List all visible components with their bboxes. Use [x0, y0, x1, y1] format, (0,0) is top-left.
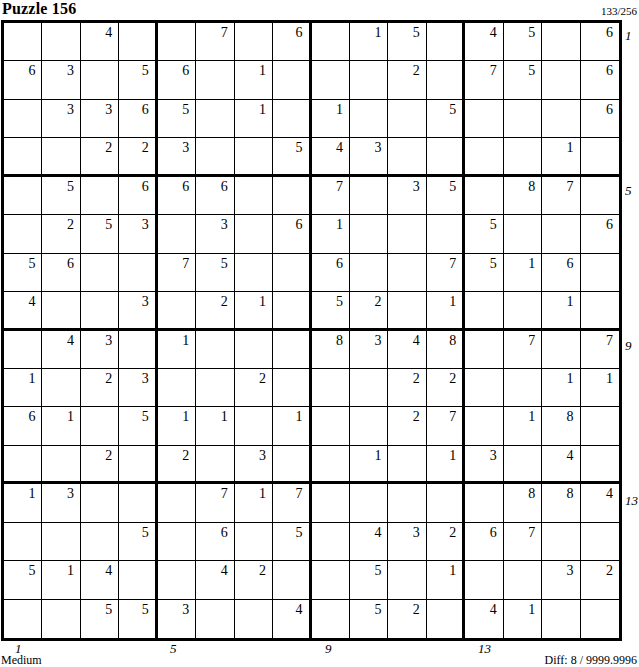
cell-r11c11[interactable]: 2 — [388, 407, 426, 445]
cell-r16c9[interactable] — [312, 600, 350, 638]
cell-r13c8[interactable]: 7 — [273, 484, 311, 522]
cell-r14c1[interactable] — [4, 523, 42, 561]
cell-r5c6[interactable]: 6 — [196, 177, 234, 215]
sudoku-grid: 4761545663561275633651156223543156667358… — [1, 20, 622, 641]
row-label-5: 5 — [625, 184, 632, 197]
cell-r13c3[interactable] — [81, 484, 119, 522]
cell-r1c5[interactable] — [158, 23, 196, 61]
cell-r9c5[interactable]: 1 — [158, 331, 196, 369]
row-label-1: 1 — [625, 29, 632, 42]
cell-r10c8[interactable] — [273, 369, 311, 407]
cell-r9c11[interactable]: 4 — [388, 331, 426, 369]
cell-r6c8[interactable]: 6 — [273, 215, 311, 253]
cell-r1c3[interactable]: 4 — [81, 23, 119, 61]
cell-r4c2[interactable] — [42, 138, 80, 176]
cell-r8c6[interactable]: 2 — [196, 292, 234, 330]
cell-r3c16[interactable]: 6 — [581, 100, 619, 138]
cell-r12c1[interactable] — [4, 446, 42, 484]
cell-r11c6[interactable]: 1 — [196, 407, 234, 445]
cell-r15c14[interactable] — [504, 561, 542, 599]
cell-r11c2[interactable]: 1 — [42, 407, 80, 445]
cell-r14c14[interactable]: 7 — [504, 523, 542, 561]
cell-r4c1[interactable] — [4, 138, 42, 176]
cell-r8c11[interactable] — [388, 292, 426, 330]
cell-r12c3[interactable]: 2 — [81, 446, 119, 484]
cell-r16c13[interactable]: 4 — [465, 600, 503, 638]
cell-r12c8[interactable] — [273, 446, 311, 484]
cell-r3c5[interactable]: 5 — [158, 100, 196, 138]
cell-r7c9[interactable]: 6 — [312, 254, 350, 292]
cell-r2c13[interactable]: 7 — [465, 61, 503, 99]
cell-r10c11[interactable]: 2 — [388, 369, 426, 407]
cell-r12c11[interactable] — [388, 446, 426, 484]
page-title: Puzzle 156 — [2, 0, 76, 18]
cell-r15c12[interactable]: 1 — [427, 561, 465, 599]
cell-r2c8[interactable] — [273, 61, 311, 99]
cell-r2c9[interactable] — [312, 61, 350, 99]
cell-r7c10[interactable] — [350, 254, 388, 292]
cell-r15c13[interactable] — [465, 561, 503, 599]
cell-r7c15[interactable]: 6 — [542, 254, 580, 292]
cell-r7c6[interactable]: 5 — [196, 254, 234, 292]
cell-r15c6[interactable]: 4 — [196, 561, 234, 599]
cell-r7c7[interactable] — [235, 254, 273, 292]
cell-r16c12[interactable] — [427, 600, 465, 638]
cell-r15c3[interactable]: 4 — [81, 561, 119, 599]
cell-r12c7[interactable]: 3 — [235, 446, 273, 484]
cell-r5c4[interactable]: 6 — [119, 177, 157, 215]
cell-r3c8[interactable] — [273, 100, 311, 138]
cell-r16c4[interactable]: 5 — [119, 600, 157, 638]
cell-r3c11[interactable] — [388, 100, 426, 138]
cell-r13c11[interactable] — [388, 484, 426, 522]
cell-r7c3[interactable] — [81, 254, 119, 292]
cell-r5c10[interactable] — [350, 177, 388, 215]
cell-r4c7[interactable] — [235, 138, 273, 176]
cell-r6c11[interactable] — [388, 215, 426, 253]
cell-r11c13[interactable] — [465, 407, 503, 445]
cell-r5c5[interactable]: 6 — [158, 177, 196, 215]
cell-r9c4[interactable] — [119, 331, 157, 369]
row-label-9: 9 — [625, 339, 632, 352]
cell-r13c13[interactable] — [465, 484, 503, 522]
cell-r7c11[interactable] — [388, 254, 426, 292]
cell-r5c7[interactable] — [235, 177, 273, 215]
cell-r16c11[interactable]: 2 — [388, 600, 426, 638]
cell-r9c9[interactable]: 8 — [312, 331, 350, 369]
cell-r13c1[interactable]: 1 — [4, 484, 42, 522]
cell-r8c7[interactable]: 1 — [235, 292, 273, 330]
cell-r9c10[interactable]: 3 — [350, 331, 388, 369]
cell-r14c12[interactable]: 2 — [427, 523, 465, 561]
cell-r10c2[interactable] — [42, 369, 80, 407]
cell-r14c4[interactable]: 5 — [119, 523, 157, 561]
cell-r11c12[interactable]: 7 — [427, 407, 465, 445]
cell-r8c13[interactable] — [465, 292, 503, 330]
difficulty-label: Medium — [1, 653, 42, 667]
cell-r9c15[interactable] — [542, 331, 580, 369]
cell-r8c16[interactable] — [581, 292, 619, 330]
cell-r3c6[interactable] — [196, 100, 234, 138]
cell-r6c1[interactable] — [4, 215, 42, 253]
cell-r13c9[interactable] — [312, 484, 350, 522]
cell-r1c7[interactable] — [235, 23, 273, 61]
cell-r4c12[interactable] — [427, 138, 465, 176]
cell-r13c5[interactable] — [158, 484, 196, 522]
cell-r12c5[interactable]: 2 — [158, 446, 196, 484]
cell-r2c1[interactable]: 6 — [4, 61, 42, 99]
cell-r8c2[interactable] — [42, 292, 80, 330]
cell-r9c12[interactable]: 8 — [427, 331, 465, 369]
cell-r14c9[interactable] — [312, 523, 350, 561]
cell-r14c10[interactable]: 4 — [350, 523, 388, 561]
cell-r4c6[interactable] — [196, 138, 234, 176]
cell-r13c7[interactable]: 1 — [235, 484, 273, 522]
cell-r11c14[interactable]: 1 — [504, 407, 542, 445]
cell-r9c14[interactable]: 7 — [504, 331, 542, 369]
cell-r2c12[interactable] — [427, 61, 465, 99]
cell-r3c14[interactable] — [504, 100, 542, 138]
cell-r4c3[interactable]: 2 — [81, 138, 119, 176]
cell-r8c5[interactable] — [158, 292, 196, 330]
cell-r2c16[interactable]: 6 — [581, 61, 619, 99]
cell-r3c13[interactable] — [465, 100, 503, 138]
cell-r6c7[interactable] — [235, 215, 273, 253]
cell-r9c6[interactable] — [196, 331, 234, 369]
cell-r1c8[interactable]: 6 — [273, 23, 311, 61]
cell-r2c7[interactable]: 1 — [235, 61, 273, 99]
cell-r11c8[interactable]: 1 — [273, 407, 311, 445]
cell-r7c2[interactable]: 6 — [42, 254, 80, 292]
cell-r1c14[interactable]: 5 — [504, 23, 542, 61]
cell-r5c14[interactable]: 8 — [504, 177, 542, 215]
cell-r13c4[interactable] — [119, 484, 157, 522]
cell-r14c13[interactable]: 6 — [465, 523, 503, 561]
cell-r7c12[interactable]: 7 — [427, 254, 465, 292]
cell-r9c3[interactable]: 3 — [81, 331, 119, 369]
cell-r15c11[interactable] — [388, 561, 426, 599]
cell-r2c15[interactable] — [542, 61, 580, 99]
cell-r3c4[interactable]: 6 — [119, 100, 157, 138]
col-label-13: 13 — [478, 642, 491, 655]
cell-r10c5[interactable] — [158, 369, 196, 407]
cell-r12c6[interactable] — [196, 446, 234, 484]
cell-r8c8[interactable] — [273, 292, 311, 330]
cell-r12c9[interactable] — [312, 446, 350, 484]
cell-r6c10[interactable] — [350, 215, 388, 253]
cell-r3c12[interactable]: 5 — [427, 100, 465, 138]
cell-r10c15[interactable]: 1 — [542, 369, 580, 407]
cell-r10c16[interactable]: 1 — [581, 369, 619, 407]
cell-r13c2[interactable]: 3 — [42, 484, 80, 522]
cell-r6c16[interactable]: 6 — [581, 215, 619, 253]
cell-r12c4[interactable] — [119, 446, 157, 484]
cell-r6c6[interactable]: 3 — [196, 215, 234, 253]
cell-r3c1[interactable] — [4, 100, 42, 138]
cell-r10c1[interactable]: 1 — [4, 369, 42, 407]
given-count: 133/256 — [601, 5, 637, 17]
cell-r15c10[interactable]: 5 — [350, 561, 388, 599]
cell-r8c12[interactable]: 1 — [427, 292, 465, 330]
cell-r4c16[interactable] — [581, 138, 619, 176]
cell-r16c3[interactable]: 5 — [81, 600, 119, 638]
cell-r5c3[interactable] — [81, 177, 119, 215]
cell-r11c15[interactable]: 8 — [542, 407, 580, 445]
cell-r8c15[interactable]: 1 — [542, 292, 580, 330]
cell-r11c4[interactable]: 5 — [119, 407, 157, 445]
cell-r2c6[interactable] — [196, 61, 234, 99]
cell-r16c15[interactable] — [542, 600, 580, 638]
cell-r2c5[interactable]: 6 — [158, 61, 196, 99]
cell-r7c16[interactable] — [581, 254, 619, 292]
cell-r13c15[interactable]: 8 — [542, 484, 580, 522]
cell-r10c3[interactable]: 2 — [81, 369, 119, 407]
cell-r14c16[interactable] — [581, 523, 619, 561]
difficulty-score: Diff: 8 / 9999.9996 — [545, 653, 637, 667]
cell-r10c4[interactable]: 3 — [119, 369, 157, 407]
cell-r14c15[interactable] — [542, 523, 580, 561]
cell-r10c10[interactable] — [350, 369, 388, 407]
cell-r9c7[interactable] — [235, 331, 273, 369]
cell-r8c9[interactable]: 5 — [312, 292, 350, 330]
cell-r11c3[interactable] — [81, 407, 119, 445]
cell-r8c3[interactable] — [81, 292, 119, 330]
cell-r16c16[interactable] — [581, 600, 619, 638]
cell-r8c14[interactable] — [504, 292, 542, 330]
cell-r14c7[interactable] — [235, 523, 273, 561]
cell-r5c8[interactable] — [273, 177, 311, 215]
cell-r6c15[interactable] — [542, 215, 580, 253]
cell-r11c16[interactable] — [581, 407, 619, 445]
cell-r15c2[interactable]: 1 — [42, 561, 80, 599]
cell-r11c7[interactable] — [235, 407, 273, 445]
cell-r1c13[interactable]: 4 — [465, 23, 503, 61]
cell-r5c11[interactable]: 3 — [388, 177, 426, 215]
cell-r8c10[interactable]: 2 — [350, 292, 388, 330]
cell-r12c13[interactable]: 3 — [465, 446, 503, 484]
cell-r16c5[interactable]: 3 — [158, 600, 196, 638]
cell-r14c6[interactable]: 6 — [196, 523, 234, 561]
cell-r6c14[interactable] — [504, 215, 542, 253]
cell-r1c16[interactable]: 6 — [581, 23, 619, 61]
cell-r10c9[interactable] — [312, 369, 350, 407]
cell-r1c2[interactable] — [42, 23, 80, 61]
cell-r9c16[interactable]: 7 — [581, 331, 619, 369]
cell-r4c5[interactable]: 3 — [158, 138, 196, 176]
cell-r16c8[interactable]: 4 — [273, 600, 311, 638]
cell-r5c9[interactable]: 7 — [312, 177, 350, 215]
cell-r7c8[interactable] — [273, 254, 311, 292]
cell-r10c6[interactable] — [196, 369, 234, 407]
cell-r14c5[interactable] — [158, 523, 196, 561]
col-label-9: 9 — [325, 642, 332, 655]
cell-r5c12[interactable]: 5 — [427, 177, 465, 215]
cell-r1c4[interactable] — [119, 23, 157, 61]
cell-r1c6[interactable]: 7 — [196, 23, 234, 61]
cell-r1c12[interactable] — [427, 23, 465, 61]
cell-r12c16[interactable] — [581, 446, 619, 484]
cell-r2c11[interactable]: 2 — [388, 61, 426, 99]
col-label-5: 5 — [170, 642, 177, 655]
cell-r11c10[interactable] — [350, 407, 388, 445]
cell-r16c14[interactable]: 1 — [504, 600, 542, 638]
cell-r13c10[interactable] — [350, 484, 388, 522]
cell-r2c2[interactable]: 3 — [42, 61, 80, 99]
cell-r9c8[interactable] — [273, 331, 311, 369]
cell-r7c5[interactable]: 7 — [158, 254, 196, 292]
cell-r2c10[interactable] — [350, 61, 388, 99]
cell-r2c3[interactable] — [81, 61, 119, 99]
cell-r13c16[interactable]: 4 — [581, 484, 619, 522]
cell-r13c12[interactable] — [427, 484, 465, 522]
cell-r2c4[interactable]: 5 — [119, 61, 157, 99]
cell-r3c7[interactable]: 1 — [235, 100, 273, 138]
cell-r5c15[interactable]: 7 — [542, 177, 580, 215]
cell-r11c1[interactable]: 6 — [4, 407, 42, 445]
cell-r10c13[interactable] — [465, 369, 503, 407]
cell-r12c2[interactable] — [42, 446, 80, 484]
cell-r7c1[interactable]: 5 — [4, 254, 42, 292]
cell-r11c5[interactable]: 1 — [158, 407, 196, 445]
cell-r16c10[interactable]: 5 — [350, 600, 388, 638]
cell-r6c9[interactable]: 1 — [312, 215, 350, 253]
cell-r11c9[interactable] — [312, 407, 350, 445]
cell-r5c1[interactable] — [4, 177, 42, 215]
cell-r8c4[interactable]: 3 — [119, 292, 157, 330]
cell-r7c4[interactable] — [119, 254, 157, 292]
cell-r1c15[interactable] — [542, 23, 580, 61]
cell-r4c9[interactable]: 4 — [312, 138, 350, 176]
cell-r4c10[interactable]: 3 — [350, 138, 388, 176]
cell-r3c10[interactable] — [350, 100, 388, 138]
cell-r5c2[interactable]: 5 — [42, 177, 80, 215]
cell-r10c14[interactable] — [504, 369, 542, 407]
cell-r1c9[interactable] — [312, 23, 350, 61]
cell-r6c2[interactable]: 2 — [42, 215, 80, 253]
cell-r6c3[interactable]: 5 — [81, 215, 119, 253]
cell-r16c6[interactable] — [196, 600, 234, 638]
cell-r4c4[interactable]: 2 — [119, 138, 157, 176]
cell-r7c14[interactable]: 1 — [504, 254, 542, 292]
cell-r9c1[interactable] — [4, 331, 42, 369]
cell-r15c7[interactable]: 2 — [235, 561, 273, 599]
cell-r15c1[interactable]: 5 — [4, 561, 42, 599]
cell-r12c12[interactable]: 1 — [427, 446, 465, 484]
cell-r9c2[interactable]: 4 — [42, 331, 80, 369]
cell-r13c6[interactable]: 7 — [196, 484, 234, 522]
cell-r4c11[interactable] — [388, 138, 426, 176]
cell-r4c8[interactable]: 5 — [273, 138, 311, 176]
cell-r16c1[interactable] — [4, 600, 42, 638]
cell-r9c13[interactable] — [465, 331, 503, 369]
cell-r3c9[interactable]: 1 — [312, 100, 350, 138]
cell-r12c14[interactable] — [504, 446, 542, 484]
cell-r1c1[interactable] — [4, 23, 42, 61]
row-label-13: 13 — [625, 494, 638, 507]
cell-r10c12[interactable]: 2 — [427, 369, 465, 407]
cell-r16c7[interactable] — [235, 600, 273, 638]
cell-r4c13[interactable] — [465, 138, 503, 176]
cell-r1c11[interactable]: 5 — [388, 23, 426, 61]
cell-r8c1[interactable]: 4 — [4, 292, 42, 330]
cell-r3c2[interactable]: 3 — [42, 100, 80, 138]
cell-r15c5[interactable] — [158, 561, 196, 599]
cell-r15c8[interactable] — [273, 561, 311, 599]
cell-r14c11[interactable]: 3 — [388, 523, 426, 561]
cell-r5c16[interactable] — [581, 177, 619, 215]
cell-r15c16[interactable]: 2 — [581, 561, 619, 599]
cell-r14c2[interactable] — [42, 523, 80, 561]
cell-r10c7[interactable]: 2 — [235, 369, 273, 407]
cell-r3c15[interactable] — [542, 100, 580, 138]
cell-r14c8[interactable]: 5 — [273, 523, 311, 561]
cell-r6c5[interactable] — [158, 215, 196, 253]
cell-r4c15[interactable]: 1 — [542, 138, 580, 176]
cell-r6c13[interactable]: 5 — [465, 215, 503, 253]
cell-r4c14[interactable] — [504, 138, 542, 176]
cell-r13c14[interactable]: 8 — [504, 484, 542, 522]
cell-r3c3[interactable]: 3 — [81, 100, 119, 138]
cell-r15c4[interactable] — [119, 561, 157, 599]
cell-r7c13[interactable]: 5 — [465, 254, 503, 292]
cell-r15c15[interactable]: 3 — [542, 561, 580, 599]
cell-r16c2[interactable] — [42, 600, 80, 638]
cell-r15c9[interactable] — [312, 561, 350, 599]
cell-r5c13[interactable] — [465, 177, 503, 215]
cell-r12c15[interactable]: 4 — [542, 446, 580, 484]
cell-r12c10[interactable]: 1 — [350, 446, 388, 484]
cell-r1c10[interactable]: 1 — [350, 23, 388, 61]
cell-r6c4[interactable]: 3 — [119, 215, 157, 253]
cell-r2c14[interactable]: 5 — [504, 61, 542, 99]
cell-r6c12[interactable] — [427, 215, 465, 253]
cell-r14c3[interactable] — [81, 523, 119, 561]
puzzle-page: Puzzle 156 133/256 476154566356127563365… — [0, 0, 639, 667]
